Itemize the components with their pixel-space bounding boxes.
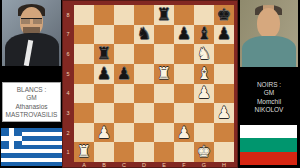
square-c6 <box>114 44 134 64</box>
file-labels: ABCDEFGH <box>74 162 234 168</box>
square-a1: ♜ <box>74 142 94 162</box>
file-label-b: B <box>94 162 114 168</box>
rank-label-7: 7 <box>62 25 74 45</box>
board-squares: ♜♚♞♟♝♟♜♞♟♟♜♝♟♟♟♟♜♚ <box>74 5 234 162</box>
chess-broadcast-thumbnail: BLANCS : GM Athanasios MASTROVASILIS 876… <box>0 0 300 168</box>
square-f8 <box>174 5 194 25</box>
square-c1 <box>114 142 134 162</box>
square-d1 <box>134 142 154 162</box>
square-e8: ♜ <box>154 5 174 25</box>
square-e3 <box>154 103 174 123</box>
square-h4 <box>214 84 234 104</box>
square-g2 <box>194 123 214 143</box>
photo-glasses <box>21 18 42 24</box>
file-label-a: A <box>74 162 94 168</box>
white-rook: ♜ <box>77 144 91 160</box>
white-pawn: ♟ <box>177 125 191 141</box>
rank-label-3: 3 <box>62 103 74 123</box>
square-h3: ♟ <box>214 103 234 123</box>
rank-labels: 87654321 <box>62 5 74 162</box>
square-b4 <box>94 84 114 104</box>
square-f1 <box>174 142 194 162</box>
black-king: ♚ <box>217 7 231 23</box>
rank-label-1: 1 <box>62 142 74 162</box>
black-pawn: ♟ <box>97 66 111 82</box>
square-b2: ♟ <box>94 123 114 143</box>
square-g4: ♟ <box>194 84 214 104</box>
white-player-photo <box>2 0 61 66</box>
file-label-e: E <box>154 162 174 168</box>
black-pawn: ♟ <box>177 26 191 42</box>
square-b1 <box>94 142 114 162</box>
photo-face <box>257 8 280 38</box>
square-g8 <box>194 5 214 25</box>
square-d5 <box>134 64 154 84</box>
black-knight: ♞ <box>137 26 151 42</box>
white-knight: ♞ <box>197 46 211 62</box>
square-h2 <box>214 123 234 143</box>
square-f3 <box>174 103 194 123</box>
white-player-card: BLANCS : GM Athanasios MASTROVASILIS <box>2 82 61 122</box>
square-c3 <box>114 103 134 123</box>
square-e2 <box>154 123 174 143</box>
square-c4 <box>114 84 134 104</box>
square-h7: ♟ <box>214 25 234 45</box>
square-a4 <box>74 84 94 104</box>
bulgaria-flag <box>240 125 297 165</box>
square-e4 <box>154 84 174 104</box>
square-b3 <box>94 103 114 123</box>
square-b7 <box>94 25 114 45</box>
rank-label-4: 4 <box>62 84 74 104</box>
black-pawn: ♟ <box>117 66 131 82</box>
white-rook: ♜ <box>157 66 171 82</box>
chess-board: 87654321 ABCDEFGH ♜♚♞♟♝♟♜♞♟♟♜♝♟♟♟♟♜♚ <box>62 0 238 168</box>
white-bishop: ♝ <box>197 66 211 82</box>
square-d8 <box>134 5 154 25</box>
square-a5 <box>74 64 94 84</box>
greece-flag-cross <box>1 128 22 149</box>
rank-label-6: 6 <box>62 44 74 64</box>
white-player-side-label: BLANCS : <box>17 86 47 94</box>
square-c5: ♟ <box>114 64 134 84</box>
black-pawn: ♟ <box>217 26 231 42</box>
white-king: ♚ <box>197 144 211 160</box>
white-pawn: ♟ <box>197 85 211 101</box>
square-f4 <box>174 84 194 104</box>
rank-label-2: 2 <box>62 123 74 143</box>
white-player-first-name: Athanasios <box>15 103 47 111</box>
black-player-side-label: NOIRS : <box>257 81 281 89</box>
black-player-first-name: Momchil <box>257 98 281 106</box>
white-player-title: GM <box>26 94 36 102</box>
black-rook: ♜ <box>97 46 111 62</box>
square-h5 <box>214 64 234 84</box>
black-player-photo <box>240 0 298 67</box>
square-c7 <box>114 25 134 45</box>
square-d3 <box>134 103 154 123</box>
square-e1 <box>154 142 174 162</box>
white-player-last-name: MASTROVASILIS <box>6 111 58 119</box>
square-h1 <box>214 142 234 162</box>
white-pawn: ♟ <box>217 105 231 121</box>
square-a7 <box>74 25 94 45</box>
photo-jacket <box>5 33 59 66</box>
square-g6: ♞ <box>194 44 214 64</box>
square-c2 <box>114 123 134 143</box>
square-a8 <box>74 5 94 25</box>
square-g3 <box>194 103 214 123</box>
square-a3 <box>74 103 94 123</box>
square-b5: ♟ <box>94 64 114 84</box>
black-bishop: ♝ <box>197 26 211 42</box>
square-b6: ♜ <box>94 44 114 64</box>
square-c8 <box>114 5 134 25</box>
square-d7: ♞ <box>134 25 154 45</box>
square-e6 <box>154 44 174 64</box>
square-f2: ♟ <box>174 123 194 143</box>
file-label-h: H <box>214 162 234 168</box>
square-e7 <box>154 25 174 45</box>
rank-label-8: 8 <box>62 5 74 25</box>
black-rook: ♜ <box>157 7 171 23</box>
square-f5 <box>174 64 194 84</box>
square-d4 <box>134 84 154 104</box>
file-label-c: C <box>114 162 134 168</box>
black-player-last-name: NIKOLOV <box>255 106 284 114</box>
square-d2 <box>134 123 154 143</box>
file-label-d: D <box>134 162 154 168</box>
square-f6 <box>174 44 194 64</box>
black-player-title: GM <box>264 89 274 97</box>
rank-label-5: 5 <box>62 64 74 84</box>
square-g1: ♚ <box>194 142 214 162</box>
square-a6 <box>74 44 94 64</box>
photo-shirt <box>242 36 296 67</box>
file-label-f: F <box>174 162 194 168</box>
square-g5: ♝ <box>194 64 214 84</box>
black-player-card: NOIRS : GM Momchil NIKOLOV <box>240 72 298 122</box>
square-d6 <box>134 44 154 64</box>
square-b8 <box>94 5 114 25</box>
square-g7: ♝ <box>194 25 214 45</box>
square-h6 <box>214 44 234 64</box>
square-e5: ♜ <box>154 64 174 84</box>
square-h8: ♚ <box>214 5 234 25</box>
square-a2 <box>74 123 94 143</box>
greece-flag <box>1 128 62 166</box>
square-f7: ♟ <box>174 25 194 45</box>
file-label-g: G <box>194 162 214 168</box>
white-pawn: ♟ <box>97 125 111 141</box>
